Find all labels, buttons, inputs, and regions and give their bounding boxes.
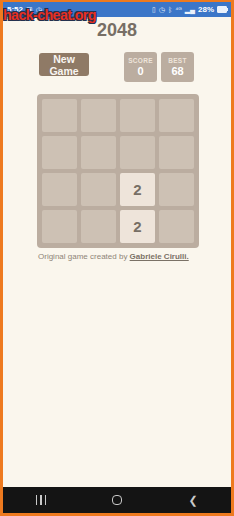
status-right: ▯ ◷ ᛒ ⁴ᴳ ▂▄ 28%: [152, 5, 227, 14]
more-notifications-icon: •: [45, 6, 47, 13]
screenshot-icon: ▣: [26, 6, 33, 13]
empty-cell: [159, 99, 194, 132]
attribution-text: Original game created by Gabriele Cirull…: [38, 252, 208, 261]
status-bar: 5:52 ▣ ◷ • ▯ ◷ ᛒ ⁴ᴳ ▂▄ 28%: [3, 2, 231, 17]
score-value: 0: [137, 65, 143, 77]
score-box: SCORE 0: [124, 52, 157, 82]
game-board[interactable]: 22: [37, 94, 199, 248]
battery-icon: [217, 6, 227, 13]
gabriele-cirulli-link[interactable]: Gabriele Cirulli.: [130, 252, 189, 261]
tile-2: 2: [120, 210, 155, 243]
empty-cell: [42, 136, 77, 169]
signal-icon: ▂▄: [185, 6, 195, 13]
back-icon: ❮: [188, 495, 197, 506]
empty-cell: [81, 173, 116, 206]
empty-cell: [81, 210, 116, 243]
attribution-prefix: Original game created by: [38, 252, 130, 261]
recents-icon: [36, 495, 47, 505]
tile-2: 2: [120, 173, 155, 206]
home-icon: [112, 495, 122, 505]
page-title: 2048: [3, 20, 231, 41]
alarm-icon: ◷: [159, 6, 165, 13]
best-box: BEST 68: [161, 52, 194, 82]
back-button[interactable]: ❮: [155, 487, 231, 513]
phone-screen: 5:52 ▣ ◷ • ▯ ◷ ᛒ ⁴ᴳ ▂▄ 28% hack-cheat.or…: [0, 0, 234, 516]
recents-button[interactable]: [3, 487, 79, 513]
battery-percent: 28%: [198, 5, 214, 14]
home-button[interactable]: [79, 487, 155, 513]
empty-cell: [81, 99, 116, 132]
status-left: 5:52 ▣ ◷ •: [7, 5, 47, 14]
navigation-bar: ❮: [3, 487, 231, 513]
empty-cell: [42, 99, 77, 132]
empty-cell: [120, 99, 155, 132]
empty-cell: [81, 136, 116, 169]
bluetooth-icon: ᛒ: [168, 6, 172, 13]
clock-time: 5:52: [7, 5, 23, 14]
best-label: BEST: [168, 57, 187, 64]
new-game-button[interactable]: New Game: [39, 53, 89, 76]
empty-cell: [159, 136, 194, 169]
empty-cell: [159, 210, 194, 243]
battery-saver-icon: ▯: [152, 6, 156, 13]
clock-icon: ◷: [36, 6, 42, 13]
empty-cell: [120, 136, 155, 169]
empty-cell: [159, 173, 194, 206]
score-label: SCORE: [128, 57, 153, 64]
empty-cell: [42, 210, 77, 243]
lte-icon: ⁴ᴳ: [175, 6, 181, 13]
best-value: 68: [171, 65, 183, 77]
empty-cell: [42, 173, 77, 206]
